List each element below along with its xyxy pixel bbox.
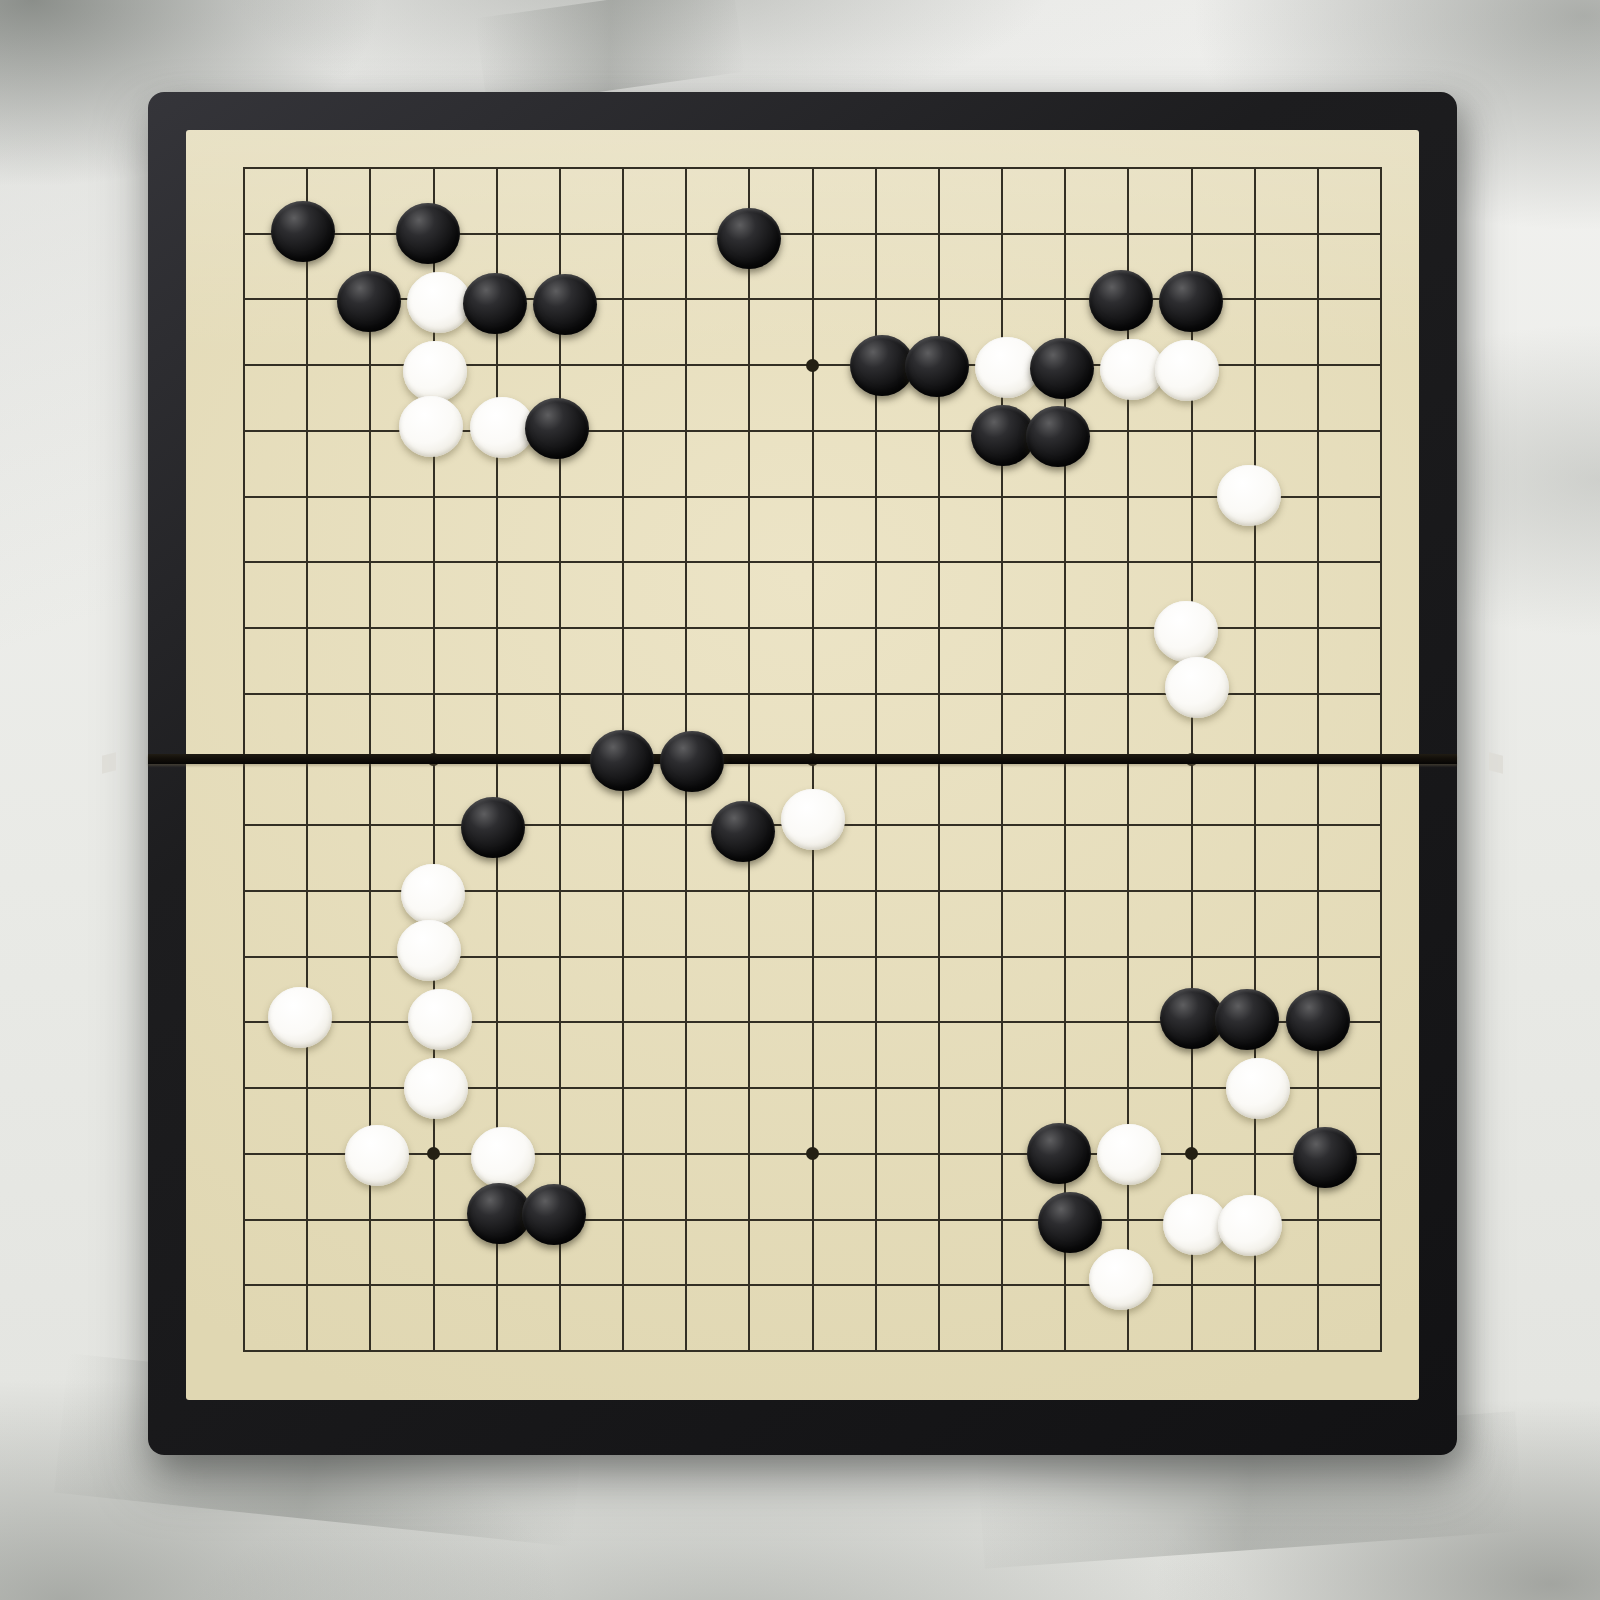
black-stone[interactable] bbox=[525, 398, 589, 459]
white-stone[interactable] bbox=[404, 1058, 468, 1119]
black-stone[interactable] bbox=[1026, 406, 1090, 467]
stones-grid bbox=[212, 135, 1412, 1384]
white-stone[interactable] bbox=[399, 396, 463, 457]
black-stone[interactable] bbox=[905, 336, 969, 397]
black-stone[interactable] bbox=[1030, 338, 1094, 399]
hinge-seam-right bbox=[1489, 753, 1503, 774]
goban-surface[interactable] bbox=[186, 130, 1419, 1400]
black-stone[interactable] bbox=[1215, 989, 1279, 1050]
white-stone[interactable] bbox=[401, 864, 465, 925]
black-stone[interactable] bbox=[660, 731, 724, 792]
black-stone[interactable] bbox=[1089, 270, 1153, 331]
black-stone[interactable] bbox=[590, 730, 654, 791]
white-stone[interactable] bbox=[408, 989, 472, 1050]
black-stone[interactable] bbox=[463, 273, 527, 334]
black-stone[interactable] bbox=[337, 271, 401, 332]
white-stone[interactable] bbox=[1154, 601, 1218, 662]
black-stone[interactable] bbox=[1038, 1192, 1102, 1253]
go-board bbox=[148, 92, 1457, 1455]
white-stone[interactable] bbox=[268, 987, 332, 1048]
white-stone[interactable] bbox=[1089, 1249, 1153, 1310]
white-stone[interactable] bbox=[1155, 340, 1219, 401]
black-stone[interactable] bbox=[717, 208, 781, 269]
black-stone[interactable] bbox=[271, 201, 335, 262]
black-stone[interactable] bbox=[461, 797, 525, 858]
black-stone[interactable] bbox=[396, 203, 460, 264]
white-stone[interactable] bbox=[1165, 657, 1229, 718]
white-stone[interactable] bbox=[1097, 1124, 1161, 1185]
black-stone[interactable] bbox=[1286, 990, 1350, 1051]
white-stone[interactable] bbox=[471, 1127, 535, 1188]
white-stone[interactable] bbox=[1218, 1195, 1282, 1256]
black-stone[interactable] bbox=[522, 1184, 586, 1245]
white-stone[interactable] bbox=[397, 920, 461, 981]
white-stone[interactable] bbox=[781, 789, 845, 850]
white-stone[interactable] bbox=[403, 341, 467, 402]
black-stone[interactable] bbox=[533, 274, 597, 335]
black-stone[interactable] bbox=[1159, 271, 1223, 332]
black-stone[interactable] bbox=[711, 801, 775, 862]
white-stone[interactable] bbox=[1226, 1058, 1290, 1119]
black-stone[interactable] bbox=[1293, 1127, 1357, 1188]
white-stone[interactable] bbox=[1217, 465, 1281, 526]
black-stone[interactable] bbox=[1027, 1123, 1091, 1184]
white-stone[interactable] bbox=[345, 1125, 409, 1186]
